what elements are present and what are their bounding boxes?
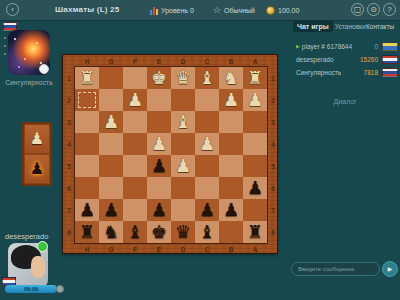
game-title: Шахматы (L) 25 [55,5,119,14]
square-b4[interactable] [219,133,243,155]
file-label-f: F [123,243,147,255]
square-e4[interactable]: ♟ [147,133,171,155]
white-pawn-piece: ♟ [199,135,215,153]
square-e2[interactable] [147,89,171,111]
white-pawn-tray-piece: ♟ [30,131,44,147]
square-e8[interactable]: ♚ [147,221,171,243]
square-g7[interactable]: ♟ [99,199,123,221]
square-b5[interactable] [219,155,243,177]
square-d5[interactable]: ♟ [171,155,195,177]
square-g3[interactable]: ♟ [99,111,123,133]
white-rook-piece: ♜ [247,69,263,87]
square-b2[interactable]: ♟ [219,89,243,111]
member-name: desesperado [296,56,334,63]
black-knight-piece: ♞ [103,223,119,241]
file-label-d: D [171,55,195,67]
chat-member-row[interactable]: desesperado15260 [296,53,398,65]
square-f6[interactable] [123,177,147,199]
square-b1[interactable]: ♞ [219,67,243,89]
ru-flag-icon [382,68,398,77]
square-a5[interactable] [243,155,267,177]
black-pawn-piece: ♟ [151,201,167,219]
black-pawn-piece: ♟ [247,179,263,197]
black-bishop-piece: ♝ [127,223,143,241]
file-label-g: G [99,55,123,67]
white-knight-piece: ♞ [223,69,239,87]
square-b7[interactable]: ♟ [219,199,243,221]
square-c4[interactable]: ♟ [195,133,219,155]
square-d3[interactable]: ♝ [171,111,195,133]
square-c7[interactable]: ♟ [195,199,219,221]
square-c1[interactable]: ♝ [195,67,219,89]
level-indicator: Уровень 0 [150,4,194,16]
coin-icon [266,6,275,15]
square-d4[interactable] [171,133,195,155]
rank-label-1: 1 [267,67,279,89]
window-buttons: ▢⊙? [351,3,396,16]
rank-label-5: 5 [63,155,75,177]
player-name: desesperado [5,232,48,241]
square-g5[interactable] [99,155,123,177]
square-e1[interactable]: ♚ [147,67,171,89]
rank-label: Обычный [224,7,255,14]
drag-dots-icon [4,37,7,61]
member-name: Сингулярность [296,69,341,76]
dialog-section-label: Диалог [292,98,398,105]
file-label-b: B [219,243,243,255]
chat-member-row[interactable]: Сингулярность7818 [296,66,398,78]
rank-label-7: 7 [267,199,279,221]
black-king-piece: ♚ [151,223,167,241]
file-label-c: C [195,55,219,67]
square-c6[interactable] [195,177,219,199]
message-input[interactable] [291,262,380,276]
file-label-e: E [147,55,171,67]
black-pawn-piece: ♟ [199,201,215,219]
square-f2[interactable]: ♟ [123,89,147,111]
square-d7[interactable] [171,199,195,221]
member-rating: 15260 [360,56,378,63]
rank-label-6: 6 [63,177,75,199]
board-corner [63,243,75,255]
white-pawn-piece: ♟ [151,135,167,153]
member-name: player # 6178644 [302,43,352,50]
board-corner [267,55,279,67]
white-pawn-piece: ♟ [103,113,119,131]
ua-flag-icon [382,42,398,51]
player-online-dot [37,241,48,252]
black-pawn-piece: ♟ [79,201,95,219]
file-label-a: A [243,243,267,255]
back-button[interactable]: ‹ [6,3,19,16]
rank-label-3: 3 [267,111,279,133]
board-corner [63,55,75,67]
level-label: Уровень 0 [161,7,194,14]
square-e3[interactable] [147,111,171,133]
player-timer: 09:09 [5,285,57,293]
window-button[interactable]: ▢ [351,3,364,16]
file-label-g: G [99,243,123,255]
chat-member-row[interactable]: ▶player # 61786440 [296,40,398,52]
help-icon: ? [387,5,391,14]
square-f5[interactable] [123,155,147,177]
square-c8[interactable]: ♝ [195,221,219,243]
white-queen-piece: ♛ [175,69,191,87]
square-h5[interactable] [75,155,99,177]
square-f8[interactable]: ♝ [123,221,147,243]
rank-label-8: 8 [267,221,279,243]
captured-pieces-tray: ♟♟ [22,122,52,186]
square-f4[interactable] [123,133,147,155]
white-rook-piece: ♜ [79,69,95,87]
white-bishop-piece: ♝ [175,113,191,131]
square-h8[interactable]: ♜ [75,221,99,243]
file-label-h: H [75,243,99,255]
rank-indicator: ☆ Обычный [213,4,255,16]
square-h6[interactable] [75,177,99,199]
window-icon: ▢ [354,5,362,14]
balance-value: 100.00 [278,7,299,14]
square-b3[interactable] [219,111,243,133]
rank-label-6: 6 [267,177,279,199]
square-a8[interactable]: ♜ [243,221,267,243]
square-d2[interactable] [171,89,195,111]
timer-knob[interactable] [56,285,64,293]
square-g2[interactable] [99,89,123,111]
help-button[interactable]: ? [383,3,396,16]
member-rating: 7818 [364,69,378,76]
square-e6[interactable] [147,177,171,199]
back-icon: ‹ [11,5,14,14]
square-g4[interactable] [99,133,123,155]
file-label-f: F [123,55,147,67]
file-label-b: B [219,55,243,67]
target-icon: ⊙ [370,5,377,14]
white-bishop-piece: ♝ [199,69,215,87]
square-a3[interactable] [243,111,267,133]
send-icon: ▶ [388,266,393,272]
square-e5[interactable]: ♟ [147,155,171,177]
square-g1[interactable] [99,67,123,89]
opponent-name: Сингулярность [0,79,58,86]
file-label-e: E [147,243,171,255]
level-bars-icon [150,6,158,15]
square-e7[interactable]: ♟ [147,199,171,221]
nl-flag-icon [382,55,398,64]
square-c5[interactable] [195,155,219,177]
white-pawn-piece: ♟ [175,157,191,175]
rank-label-3: 3 [63,111,75,133]
balance-indicator: 100.00 [266,4,299,16]
board-corner [267,243,279,255]
black-queen-piece: ♛ [175,223,191,241]
file-label-d: D [171,243,195,255]
send-button[interactable]: ▶ [382,261,398,277]
tray-cell: ♟ [24,154,50,184]
white-pawn-piece: ♟ [127,91,143,109]
black-rook-piece: ♜ [79,223,95,241]
square-h3[interactable] [75,111,99,133]
black-rook-piece: ♜ [247,223,263,241]
square-f7[interactable] [123,199,147,221]
square-d8[interactable]: ♛ [171,221,195,243]
file-label-c: C [195,243,219,255]
square-a6[interactable]: ♟ [243,177,267,199]
rank-label-8: 8 [63,221,75,243]
opponent-status-dot [39,64,49,74]
white-pawn-piece: ♟ [223,91,239,109]
rank-label-7: 7 [63,199,75,221]
tab-game-chat[interactable]: Чат игры [293,21,333,32]
file-label-a: A [243,55,267,67]
white-king-piece: ♚ [151,69,167,87]
rank-label-2: 2 [63,89,75,111]
square-b8[interactable] [219,221,243,243]
tab-contacts[interactable]: Контакты [366,23,394,30]
file-label-h: H [75,55,99,67]
member-rating: 0 [374,43,378,50]
square-h7[interactable]: ♟ [75,199,99,221]
square-a7[interactable] [243,199,267,221]
black-pawn-piece: ♟ [223,201,239,219]
square-a4[interactable] [243,133,267,155]
rank-label-4: 4 [267,133,279,155]
black-pawn-piece: ♟ [103,201,119,219]
star-icon: ☆ [213,6,221,15]
avatar-face [31,256,45,278]
rank-label-2: 2 [267,89,279,111]
black-pawn-tray-piece: ♟ [30,161,44,177]
chess-board[interactable]: HGFEDCBA1♜♚♛♝♞♜12♟♟♟23♟♝34♟♟45♟♟56♟67♟♟♟… [62,54,278,254]
tray-cell: ♟ [24,124,50,154]
square-g8[interactable]: ♞ [99,221,123,243]
square-h1[interactable]: ♜ [75,67,99,89]
square-c2[interactable] [195,89,219,111]
black-pawn-piece: ♟ [151,157,167,175]
member-bullet-icon: ▶ [296,43,300,49]
square-a2[interactable]: ♟ [243,89,267,111]
square-h4[interactable] [75,133,99,155]
black-bishop-piece: ♝ [199,223,215,241]
square-f1[interactable] [123,67,147,89]
rank-label-4: 4 [63,133,75,155]
top-bar: ‹ Шахматы (L) 25 Уровень 0 ☆ Обычный 100… [0,0,400,21]
square-c3[interactable] [195,111,219,133]
tab-settings[interactable]: Установки [335,23,366,30]
square-d1[interactable]: ♛ [171,67,195,89]
white-pawn-piece: ♟ [247,91,263,109]
square-f3[interactable] [123,111,147,133]
last-move-highlight [78,92,96,108]
square-a1[interactable]: ♜ [243,67,267,89]
rank-label-1: 1 [63,67,75,89]
record-button[interactable]: ⊙ [367,3,380,16]
rank-label-5: 5 [267,155,279,177]
square-g6[interactable] [99,177,123,199]
square-d6[interactable] [171,177,195,199]
square-b6[interactable] [219,177,243,199]
square-h2[interactable] [75,89,99,111]
